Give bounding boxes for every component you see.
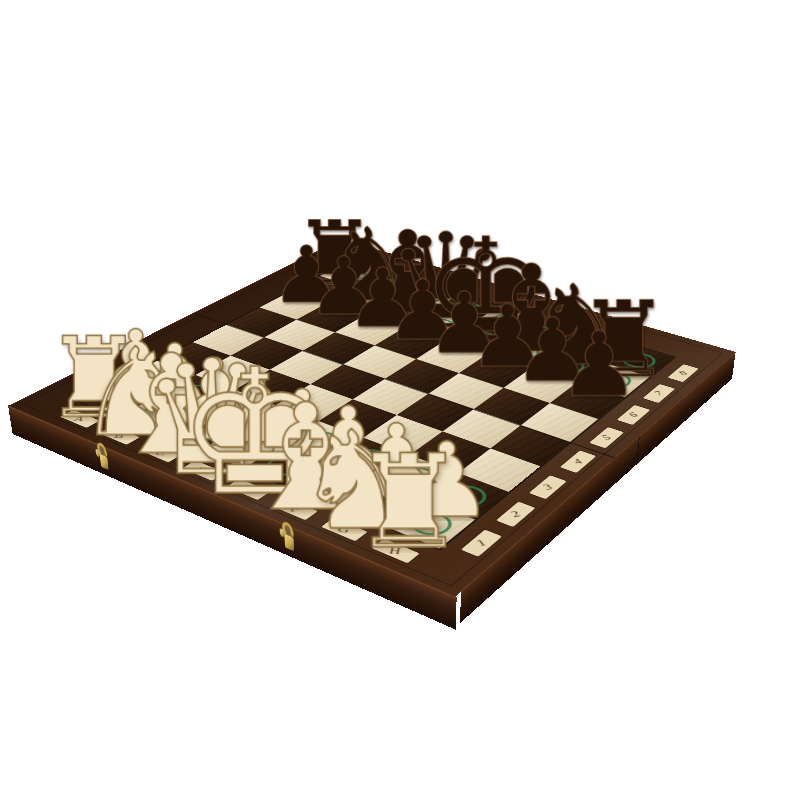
file-label-text: E [242,484,255,494]
square-a3 [157,342,231,375]
rank-label-text: 2 [508,509,523,520]
chess-set-photo: ♜♞♝♛♚♝♞♜♟♟♟♟♟♟♟♟♟♟♟♟♟♟♟♟♜♞♝♛♚♝♞♜ ABCDEFG… [0,0,800,800]
file-label-text: B [112,431,126,440]
file-label-C: C [140,443,182,463]
rank-label-text: 1 [474,537,489,549]
board-top-surface: ♜♞♝♛♚♝♞♜♟♟♟♟♟♟♟♟♟♟♟♟♟♟♟♟♜♞♝♛♚♝♞♜ ABCDEFG… [8,239,736,597]
rank-label-1: 1 [461,530,502,557]
rank-label-text: 7 [652,389,666,397]
rank-label-text: 3 [540,482,555,493]
file-label-text: D [196,465,211,475]
latch-plate [100,454,109,470]
rank-label-text: 6 [626,410,640,419]
rank-label-text: 5 [599,433,614,442]
rank-label-text: 4 [571,457,586,467]
file-label-H: H [372,539,420,564]
rank-label-4: 4 [560,450,596,473]
rank-label-text: 8 [676,369,690,377]
file-label-E: E [226,479,270,500]
rank-label-7: 7 [643,384,675,403]
rank-label-8: 8 [667,364,698,382]
file-label-G: G [321,518,368,542]
rank-label-5: 5 [589,427,624,448]
rank-label-3: 3 [529,475,567,499]
file-label-A: A [60,410,100,428]
rank-label-6: 6 [617,405,651,425]
rank-label-2: 2 [496,502,536,527]
file-label-text: C [153,448,167,458]
file-label-text: G [337,524,351,536]
file-label-F: F [273,498,318,520]
fold-seam-side [636,436,640,464]
file-label-text: F [289,503,301,514]
file-label-text: A [72,414,87,423]
file-label-text: H [389,545,403,557]
felt-ring [616,349,661,370]
file-label-D: D [182,460,225,481]
file-label-B: B [99,426,140,445]
chess-board: ♜♞♝♛♚♝♞♜♟♟♟♟♟♟♟♟♟♟♟♟♟♟♟♟♜♞♝♛♚♝♞♜ ABCDEFG… [8,239,736,597]
